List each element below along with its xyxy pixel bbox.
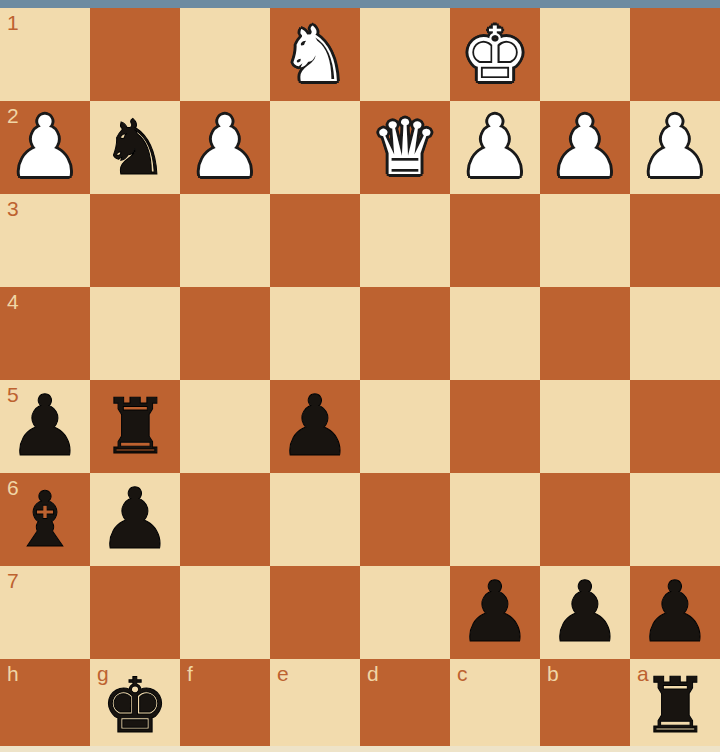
square-a2[interactable]: ♟	[630, 101, 720, 194]
rank-label-2: 2	[7, 104, 19, 128]
square-h3[interactable]: 3	[0, 194, 90, 287]
square-d1[interactable]	[360, 8, 450, 101]
white-pawn[interactable]: ♟	[540, 101, 630, 194]
file-label-h: h	[7, 662, 19, 686]
square-e3[interactable]	[270, 194, 360, 287]
square-c8[interactable]: c	[450, 659, 540, 752]
square-e5[interactable]: ♟	[270, 380, 360, 473]
square-c6[interactable]	[450, 473, 540, 566]
square-b4[interactable]	[540, 287, 630, 380]
square-f3[interactable]	[180, 194, 270, 287]
square-d3[interactable]	[360, 194, 450, 287]
square-f1[interactable]	[180, 8, 270, 101]
square-b7[interactable]: ♟	[540, 566, 630, 659]
black-pawn[interactable]: ♟	[90, 473, 180, 566]
square-h6[interactable]: 6♝	[0, 473, 90, 566]
file-label-f: f	[187, 662, 193, 686]
square-h7[interactable]: 7	[0, 566, 90, 659]
square-b1[interactable]	[540, 8, 630, 101]
square-d5[interactable]	[360, 380, 450, 473]
white-knight[interactable]: ♞	[270, 8, 360, 101]
square-b6[interactable]	[540, 473, 630, 566]
square-b3[interactable]	[540, 194, 630, 287]
white-pawn[interactable]: ♟	[180, 101, 270, 194]
square-h2[interactable]: 2♟	[0, 101, 90, 194]
square-d6[interactable]	[360, 473, 450, 566]
square-e2[interactable]	[270, 101, 360, 194]
rank-label-3: 3	[7, 197, 19, 221]
square-f7[interactable]	[180, 566, 270, 659]
square-d8[interactable]: d	[360, 659, 450, 752]
file-label-b: b	[547, 662, 559, 686]
square-b2[interactable]: ♟	[540, 101, 630, 194]
square-g8[interactable]: g♚	[90, 659, 180, 752]
square-e6[interactable]	[270, 473, 360, 566]
square-a3[interactable]	[630, 194, 720, 287]
chess-app-screen: 1♞♚2♟♞♟♛♟♟♟345♟♜♟6♝♟7♟♟♟hg♚fedcba♜	[0, 0, 720, 752]
file-label-g: g	[97, 662, 109, 686]
white-pawn[interactable]: ♟	[630, 101, 720, 194]
square-d2[interactable]: ♛	[360, 101, 450, 194]
square-g7[interactable]	[90, 566, 180, 659]
square-a1[interactable]	[630, 8, 720, 101]
square-h8[interactable]: h	[0, 659, 90, 752]
white-pawn[interactable]: ♟	[450, 101, 540, 194]
rank-label-6: 6	[7, 476, 19, 500]
rank-label-1: 1	[7, 11, 19, 35]
black-knight[interactable]: ♞	[90, 101, 180, 194]
square-h4[interactable]: 4	[0, 287, 90, 380]
square-c4[interactable]	[450, 287, 540, 380]
black-pawn[interactable]: ♟	[540, 566, 630, 659]
square-f4[interactable]	[180, 287, 270, 380]
black-pawn[interactable]: ♟	[270, 380, 360, 473]
square-e7[interactable]	[270, 566, 360, 659]
top-status-bar	[0, 0, 720, 8]
square-a5[interactable]	[630, 380, 720, 473]
rank-label-5: 5	[7, 383, 19, 407]
bottom-bar	[0, 746, 720, 752]
square-f8[interactable]: f	[180, 659, 270, 752]
rank-label-7: 7	[7, 569, 19, 593]
black-pawn[interactable]: ♟	[630, 566, 720, 659]
square-c7[interactable]: ♟	[450, 566, 540, 659]
square-c3[interactable]	[450, 194, 540, 287]
square-a4[interactable]	[630, 287, 720, 380]
square-a6[interactable]	[630, 473, 720, 566]
black-pawn[interactable]: ♟	[450, 566, 540, 659]
square-g3[interactable]	[90, 194, 180, 287]
white-king[interactable]: ♚	[450, 8, 540, 101]
square-d7[interactable]	[360, 566, 450, 659]
square-e1[interactable]: ♞	[270, 8, 360, 101]
file-label-a: a	[637, 662, 649, 686]
square-b8[interactable]: b	[540, 659, 630, 752]
square-g4[interactable]	[90, 287, 180, 380]
square-c2[interactable]: ♟	[450, 101, 540, 194]
file-label-d: d	[367, 662, 379, 686]
square-g6[interactable]: ♟	[90, 473, 180, 566]
square-d4[interactable]	[360, 287, 450, 380]
square-f5[interactable]	[180, 380, 270, 473]
square-c5[interactable]	[450, 380, 540, 473]
square-f6[interactable]	[180, 473, 270, 566]
chess-board: 1♞♚2♟♞♟♛♟♟♟345♟♜♟6♝♟7♟♟♟hg♚fedcba♜	[0, 8, 720, 752]
black-rook[interactable]: ♜	[90, 380, 180, 473]
white-queen[interactable]: ♛	[360, 101, 450, 194]
square-b5[interactable]	[540, 380, 630, 473]
square-f2[interactable]: ♟	[180, 101, 270, 194]
square-e4[interactable]	[270, 287, 360, 380]
file-label-e: e	[277, 662, 289, 686]
square-e8[interactable]: e	[270, 659, 360, 752]
square-a7[interactable]: ♟	[630, 566, 720, 659]
square-h1[interactable]: 1	[0, 8, 90, 101]
square-h5[interactable]: 5♟	[0, 380, 90, 473]
square-g1[interactable]	[90, 8, 180, 101]
rank-label-4: 4	[7, 290, 19, 314]
square-c1[interactable]: ♚	[450, 8, 540, 101]
square-g2[interactable]: ♞	[90, 101, 180, 194]
square-g5[interactable]: ♜	[90, 380, 180, 473]
file-label-c: c	[457, 662, 468, 686]
square-a8[interactable]: a♜	[630, 659, 720, 752]
